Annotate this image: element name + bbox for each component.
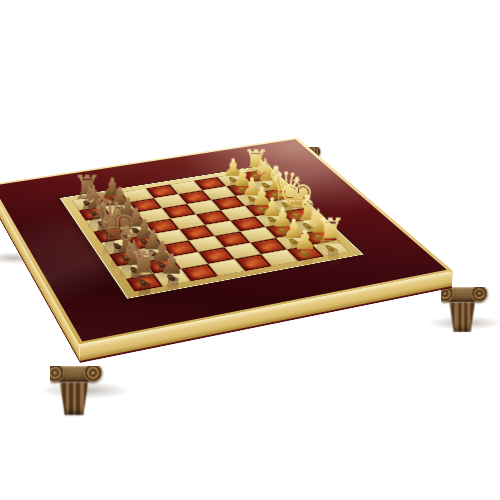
board-red-field: ♜♞♝♛♚♝♞♜♟♟♟♟♟♟♟♟♟♟♟♟♟♟♟♟♜♞♝♛♚♝♞♜ xyxy=(0,139,447,341)
piece-reflection xyxy=(302,252,314,268)
ionic-column-foot xyxy=(441,287,484,334)
piece-glyph: ♜ xyxy=(118,246,170,283)
ionic-scroll-icon xyxy=(46,363,65,382)
foot-flutes xyxy=(59,382,90,415)
ionic-scroll-icon xyxy=(83,363,102,382)
foot-capital xyxy=(441,287,484,302)
foot-flutes xyxy=(448,302,476,332)
ionic-column-foot xyxy=(50,366,97,418)
foot-capital xyxy=(50,366,97,383)
product-photo-scene: ♜♞♝♛♚♝♞♜♟♟♟♟♟♟♟♟♟♟♟♟♟♟♟♟♜♞♝♛♚♝♞♜ xyxy=(0,0,500,500)
chess-board: ♜♞♝♛♚♝♞♜♟♟♟♟♟♟♟♟♟♟♟♟♟♟♟♟♜♞♝♛♚♝♞♜ xyxy=(0,138,453,345)
board-top: ♜♞♝♛♚♝♞♜♟♟♟♟♟♟♟♟♟♟♟♟♟♟♟♟♜♞♝♛♚♝♞♜ xyxy=(0,138,453,345)
ionic-scroll-icon xyxy=(471,285,488,302)
piece-glyph: ♟ xyxy=(280,226,330,253)
